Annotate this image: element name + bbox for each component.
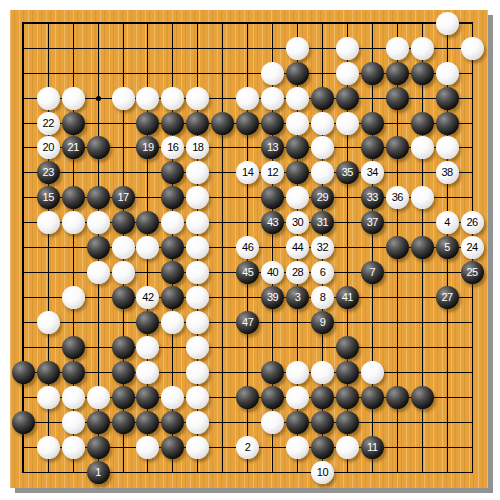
stone-black: [311, 87, 334, 110]
stone-white-move-38: 38: [436, 161, 459, 184]
stone-white: [311, 361, 334, 384]
stone-white-move-22: 22: [37, 112, 60, 135]
stone-black: [112, 411, 135, 434]
stone-black: [436, 87, 459, 110]
stone-black: [311, 411, 334, 434]
stone-black-move-39: 39: [261, 286, 284, 309]
stone-white: [336, 37, 359, 60]
stone-black: [311, 436, 334, 459]
stone-black: [87, 236, 110, 259]
stone-black: [161, 436, 184, 459]
stone-black: [186, 112, 209, 135]
stone-white-move-10: 10: [311, 461, 334, 484]
stone-black: [87, 186, 110, 209]
stone-white: [62, 286, 85, 309]
stone-black: [161, 411, 184, 434]
stone-white: [87, 211, 110, 234]
stone-black: [136, 112, 159, 135]
stone-white-move-36: 36: [386, 186, 409, 209]
stone-black: [112, 336, 135, 359]
stone-black: [336, 336, 359, 359]
stone-white: [461, 37, 484, 60]
stone-white: [261, 411, 284, 434]
stone-white: [62, 411, 85, 434]
stone-white: [161, 87, 184, 110]
stone-white: [112, 87, 135, 110]
stone-white: [286, 436, 309, 459]
stone-black: [236, 386, 259, 409]
go-board[interactable]: 2220211916181323141235343815172933364330…: [10, 10, 488, 488]
stone-white: [62, 436, 85, 459]
stone-white: [62, 211, 85, 234]
stone-black: [112, 361, 135, 384]
stone-black: [112, 386, 135, 409]
stone-white: [436, 12, 459, 35]
stone-black: [386, 236, 409, 259]
stone-black: [211, 112, 234, 135]
stone-black: [411, 236, 434, 259]
stone-black: [161, 112, 184, 135]
stone-black: [386, 62, 409, 85]
stone-black: [361, 62, 384, 85]
stone-black: [336, 361, 359, 384]
stone-white-move-32: 32: [311, 236, 334, 259]
stone-white: [436, 62, 459, 85]
stone-white: [336, 436, 359, 459]
stone-black: [62, 112, 85, 135]
stone-black: [411, 112, 434, 135]
stone-black-move-37: 37: [361, 211, 384, 234]
stone-black: [12, 411, 35, 434]
stone-black: [286, 411, 309, 434]
stone-white: [361, 361, 384, 384]
stone-black: [436, 112, 459, 135]
stone-black: [386, 386, 409, 409]
star-point: [96, 96, 101, 101]
stone-black-move-41: 41: [336, 286, 359, 309]
stone-white: [186, 361, 209, 384]
stone-black: [261, 361, 284, 384]
stone-black: [336, 386, 359, 409]
stone-black-move-17: 17: [112, 186, 135, 209]
stone-white: [286, 112, 309, 135]
stone-white-move-2: 2: [236, 436, 259, 459]
stone-white-move-6: 6: [311, 261, 334, 284]
stone-white: [261, 87, 284, 110]
stone-white: [161, 386, 184, 409]
stone-black: [236, 112, 259, 135]
stone-black: [37, 361, 60, 384]
stone-white: [411, 37, 434, 60]
stone-black: [87, 411, 110, 434]
stone-black: [112, 211, 135, 234]
stone-black-move-5: 5: [436, 236, 459, 259]
stone-white: [37, 436, 60, 459]
stone-black: [62, 186, 85, 209]
stone-black: [411, 386, 434, 409]
stone-black: [87, 136, 110, 159]
stone-white: [136, 436, 159, 459]
stone-black-move-23: 23: [37, 161, 60, 184]
stone-white: [286, 361, 309, 384]
stone-black: [112, 286, 135, 309]
stone-black-move-21: 21: [62, 136, 85, 159]
stone-black: [62, 336, 85, 359]
stone-white-move-24: 24: [461, 236, 484, 259]
stone-white: [261, 62, 284, 85]
stone-black-move-7: 7: [361, 261, 384, 284]
stone-white-move-28: 28: [286, 261, 309, 284]
stone-white: [386, 37, 409, 60]
stone-white: [286, 37, 309, 60]
stone-white: [186, 87, 209, 110]
stone-white: [87, 386, 110, 409]
stone-white: [62, 87, 85, 110]
go-diagram: 2220211916181323141235343815172933364330…: [0, 0, 500, 500]
stone-black: [62, 361, 85, 384]
stone-black-move-9: 9: [311, 311, 334, 334]
stone-white: [186, 411, 209, 434]
stone-white: [286, 87, 309, 110]
stone-black-move-27: 27: [436, 286, 459, 309]
stone-black: [361, 112, 384, 135]
stone-black: [336, 411, 359, 434]
stone-white: [37, 386, 60, 409]
stone-white: [87, 261, 110, 284]
stone-black: [136, 411, 159, 434]
stone-white: [136, 87, 159, 110]
stone-black: [336, 87, 359, 110]
stone-black: [411, 62, 434, 85]
stone-white: [436, 136, 459, 159]
stone-black-move-25: 25: [461, 261, 484, 284]
stone-white-move-8: 8: [311, 286, 334, 309]
stone-white: [186, 386, 209, 409]
stone-white: [311, 112, 334, 135]
stone-black-move-47: 47: [236, 311, 259, 334]
stone-white: [62, 386, 85, 409]
stone-white: [186, 436, 209, 459]
stone-white: [112, 261, 135, 284]
stone-white: [37, 87, 60, 110]
stone-white: [336, 112, 359, 135]
stone-white: [286, 386, 309, 409]
stone-black: [286, 62, 309, 85]
stone-white: [411, 186, 434, 209]
stone-white: [336, 62, 359, 85]
stone-white-move-4: 4: [436, 211, 459, 234]
stone-black-move-15: 15: [37, 186, 60, 209]
stone-white-move-26: 26: [461, 211, 484, 234]
stone-black: [361, 386, 384, 409]
stone-black: [12, 361, 35, 384]
stone-black: [87, 436, 110, 459]
stone-black: [386, 87, 409, 110]
stone-black: [261, 386, 284, 409]
stone-black-move-3: 3: [286, 286, 309, 309]
stone-white: [112, 236, 135, 259]
stone-black: [311, 386, 334, 409]
stone-black: [261, 112, 284, 135]
stone-black-move-11: 11: [361, 436, 384, 459]
stone-black-move-33: 33: [361, 186, 384, 209]
stone-white: [236, 87, 259, 110]
stone-white: [37, 311, 60, 334]
stone-black-move-1: 1: [87, 461, 110, 484]
stone-white: [37, 211, 60, 234]
stone-white: [411, 136, 434, 159]
